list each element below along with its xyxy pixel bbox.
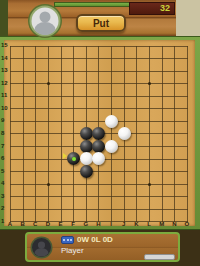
black-stone[interactable]: [80, 140, 93, 153]
star-point: [47, 183, 50, 186]
column-label: K: [131, 221, 141, 228]
row-label: 2: [1, 205, 4, 212]
last-move-pointer-icon: [63, 153, 67, 159]
opponent-avatar[interactable]: [27, 3, 63, 39]
grid-line-vertical: [174, 46, 175, 223]
column-label: C: [30, 221, 40, 228]
column-label: A: [5, 221, 15, 228]
column-label: J: [119, 221, 129, 228]
column-label: M: [157, 221, 167, 228]
row-label: 3: [1, 193, 4, 200]
black-stone[interactable]: [80, 165, 93, 178]
white-stone[interactable]: [105, 140, 118, 153]
stats-badge-icon: [61, 236, 74, 244]
row-label: 6: [1, 155, 4, 162]
grid-line-vertical: [187, 46, 188, 223]
column-label: G: [81, 221, 91, 228]
player-avatar[interactable]: [30, 236, 53, 259]
timer-badge: 32: [129, 2, 175, 15]
white-stone[interactable]: [105, 115, 118, 128]
bottom-bar: 0W 0L 0D Player: [0, 230, 200, 266]
row-label: 7: [1, 143, 4, 150]
column-label: B: [18, 221, 28, 228]
last-move-marker: [72, 157, 76, 161]
row-label: 14: [1, 55, 8, 62]
white-stone[interactable]: [118, 127, 131, 140]
person-icon: [27, 3, 63, 39]
column-label: H: [93, 221, 103, 228]
timer-value: 32: [160, 3, 170, 13]
black-stone[interactable]: [92, 127, 105, 140]
put-button[interactable]: Put: [76, 14, 126, 32]
row-label: 15: [1, 42, 8, 49]
column-label: O: [182, 221, 192, 228]
row-label: 8: [1, 130, 4, 137]
row-label: 4: [1, 180, 4, 187]
column-label: I: [106, 221, 116, 228]
column-label: F: [68, 221, 78, 228]
star-point: [47, 82, 50, 85]
white-stone[interactable]: [80, 152, 93, 165]
column-label: L: [144, 221, 154, 228]
header-left-edge: [0, 0, 8, 36]
player-record: 0W 0L 0D: [77, 235, 113, 244]
xp-progress-bar: [144, 254, 175, 260]
header-right-background: [176, 0, 200, 36]
row-label: 5: [1, 168, 4, 175]
black-stone[interactable]: [67, 152, 80, 165]
star-point: [148, 183, 151, 186]
grid-line-horizontal: [10, 196, 188, 197]
player-name: Player: [61, 246, 84, 255]
row-label: 10: [1, 105, 8, 112]
top-bar: 32 Put: [0, 0, 200, 36]
black-stone[interactable]: [92, 140, 105, 153]
white-stone[interactable]: [92, 152, 105, 165]
person-icon: [30, 236, 53, 259]
opponent-progress-bar: [54, 2, 130, 7]
star-point: [148, 82, 151, 85]
column-label: N: [169, 221, 179, 228]
row-label: 9: [1, 117, 4, 124]
board[interactable]: ABCDEFGHIJKLMNO: [4, 40, 195, 226]
black-stone[interactable]: [80, 127, 93, 140]
column-label: E: [56, 221, 66, 228]
gomoku-app: 32 Put ABCDEFGHIJKLMNO 15141312111098765…: [0, 0, 200, 266]
row-label: 13: [1, 67, 8, 74]
grid-line-horizontal: [10, 209, 188, 210]
player-panel[interactable]: 0W 0L 0D Player: [25, 232, 180, 262]
row-label: 1: [1, 218, 4, 225]
column-label: D: [43, 221, 53, 228]
row-label: 11: [1, 92, 7, 99]
row-label: 12: [1, 80, 8, 87]
board-panel: ABCDEFGHIJKLMNO 151413121110987654321: [0, 36, 200, 230]
